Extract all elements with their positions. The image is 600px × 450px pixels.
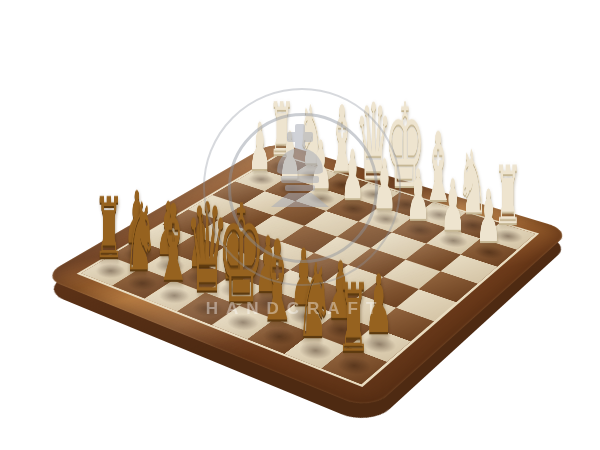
board-grid: ♜♞♝♛♚♝♞♜♟♟♟♟♟♟♟♟♟♟♟♟♟♟♟♟♜♞♝♛♚♝♞♜: [77, 154, 540, 387]
chess-piece-glyph: ♟: [476, 181, 501, 253]
chess-piece-glyph: ♟: [278, 124, 301, 190]
chess-piece-glyph: ♞: [297, 250, 333, 352]
chess-board: ♜♞♝♛♚♝♞♜♟♟♟♟♟♟♟♟♟♟♟♟♟♟♟♟♜♞♝♛♚♝♞♜: [41, 142, 571, 411]
chess-piece-glyph: ♟: [309, 132, 332, 199]
chess-piece-glyph: ♜: [337, 272, 370, 366]
product-photo: ♜♞♝♛♚♝♞♜♟♟♟♟♟♟♟♟♟♟♟♟♟♟♟♟♜♞♝♛♚♝♞♜ HANDCRA…: [0, 0, 600, 450]
chess-piece-glyph: ♟: [340, 142, 364, 210]
chess-piece-glyph: ♜: [95, 188, 124, 272]
chess-piece-glyph: ♟: [406, 161, 430, 231]
chess-piece-glyph: ♝: [258, 226, 297, 337]
board-frame: ♜♞♝♛♚♝♞♜♟♟♟♟♟♟♟♟♟♟♟♟♟♟♟♟♜♞♝♛♚♝♞♜: [41, 142, 571, 411]
chess-piece-glyph: ♞: [125, 190, 158, 284]
chess-piece-glyph: ♟: [373, 151, 397, 220]
chess-piece-glyph: ♟: [440, 171, 465, 242]
chess-piece-glyph: ♟: [249, 115, 272, 180]
